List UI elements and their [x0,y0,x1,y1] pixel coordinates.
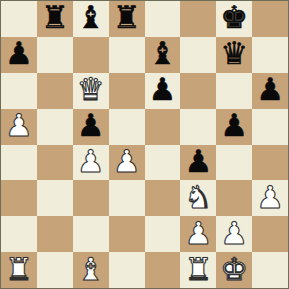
square-d7[interactable] [109,37,145,73]
square-h7[interactable] [252,37,288,73]
square-f2[interactable]: ♟ [180,216,216,252]
square-g6[interactable] [216,73,252,109]
square-b8[interactable]: ♜ [37,1,73,37]
square-g3[interactable] [216,180,252,216]
square-f1[interactable]: ♜ [180,252,216,288]
square-e4[interactable] [145,145,181,181]
square-f4[interactable]: ♟ [180,145,216,181]
square-b3[interactable] [37,180,73,216]
square-f5[interactable] [180,109,216,145]
square-f8[interactable] [180,1,216,37]
square-c1[interactable]: ♝ [73,252,109,288]
square-h8[interactable] [252,1,288,37]
white-queen[interactable]: ♛ [77,74,105,105]
square-b7[interactable] [37,37,73,73]
square-b1[interactable] [37,252,73,288]
white-pawn[interactable]: ♟ [77,146,105,177]
square-d6[interactable] [109,73,145,109]
square-a2[interactable] [1,216,37,252]
square-b2[interactable] [37,216,73,252]
square-g7[interactable]: ♛ [216,37,252,73]
square-d8[interactable]: ♜ [109,1,145,37]
white-pawn[interactable]: ♟ [5,110,33,141]
square-c7[interactable] [73,37,109,73]
square-e3[interactable] [145,180,181,216]
square-a1[interactable]: ♜ [1,252,37,288]
white-rook[interactable]: ♜ [5,254,33,285]
black-pawn[interactable]: ♟ [220,110,248,141]
square-g4[interactable] [216,145,252,181]
square-e8[interactable] [145,1,181,37]
white-pawn[interactable]: ♟ [113,146,141,177]
square-a8[interactable] [1,1,37,37]
black-pawn[interactable]: ♟ [77,110,105,141]
square-d3[interactable] [109,180,145,216]
black-queen[interactable]: ♛ [220,38,248,69]
square-d4[interactable]: ♟ [109,145,145,181]
square-a4[interactable] [1,145,37,181]
chess-board: ♜♝♜♚♟♝♛♛♟♟♟♟♟♟♟♟♞♟♟♟♜♝♜♚ [1,1,288,288]
white-knight[interactable]: ♞ [184,182,212,213]
square-g2[interactable]: ♟ [216,216,252,252]
square-h6[interactable]: ♟ [252,73,288,109]
square-c6[interactable]: ♛ [73,73,109,109]
square-d5[interactable] [109,109,145,145]
square-f3[interactable]: ♞ [180,180,216,216]
square-b4[interactable] [37,145,73,181]
square-a6[interactable] [1,73,37,109]
square-c5[interactable]: ♟ [73,109,109,145]
black-pawn[interactable]: ♟ [184,146,212,177]
square-d2[interactable] [109,216,145,252]
square-f7[interactable] [180,37,216,73]
square-e6[interactable]: ♟ [145,73,181,109]
square-g8[interactable]: ♚ [216,1,252,37]
square-b5[interactable] [37,109,73,145]
black-bishop[interactable]: ♝ [77,2,105,33]
square-h5[interactable] [252,109,288,145]
square-e5[interactable] [145,109,181,145]
white-king[interactable]: ♚ [220,254,248,285]
square-g1[interactable]: ♚ [216,252,252,288]
black-king[interactable]: ♚ [220,2,248,33]
square-e7[interactable]: ♝ [145,37,181,73]
white-pawn[interactable]: ♟ [220,218,248,249]
black-pawn[interactable]: ♟ [5,38,33,69]
square-d1[interactable] [109,252,145,288]
square-e2[interactable] [145,216,181,252]
square-c3[interactable] [73,180,109,216]
square-g5[interactable]: ♟ [216,109,252,145]
white-pawn[interactable]: ♟ [256,182,284,213]
chess-board-frame: ♜♝♜♚♟♝♛♛♟♟♟♟♟♟♟♟♞♟♟♟♜♝♜♚ [0,0,289,289]
white-pawn[interactable]: ♟ [184,218,212,249]
black-bishop[interactable]: ♝ [149,38,177,69]
square-a5[interactable]: ♟ [1,109,37,145]
square-c2[interactable] [73,216,109,252]
square-h3[interactable]: ♟ [252,180,288,216]
square-a3[interactable] [1,180,37,216]
black-rook[interactable]: ♜ [113,2,141,33]
square-c8[interactable]: ♝ [73,1,109,37]
square-f6[interactable] [180,73,216,109]
square-c4[interactable]: ♟ [73,145,109,181]
square-h1[interactable] [252,252,288,288]
square-b6[interactable] [37,73,73,109]
white-rook[interactable]: ♜ [184,254,212,285]
white-bishop[interactable]: ♝ [77,254,105,285]
black-rook[interactable]: ♜ [41,2,69,33]
square-h4[interactable] [252,145,288,181]
black-pawn[interactable]: ♟ [256,74,284,105]
square-a7[interactable]: ♟ [1,37,37,73]
black-pawn[interactable]: ♟ [149,74,177,105]
square-h2[interactable] [252,216,288,252]
square-e1[interactable] [145,252,181,288]
